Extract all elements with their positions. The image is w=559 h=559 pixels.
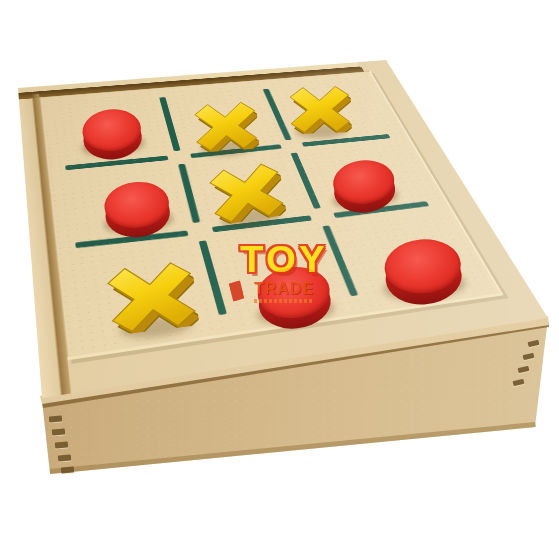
x-piece-glyph: [288, 85, 352, 135]
piece-o-r2c2[interactable]: [377, 229, 468, 310]
piece-o-r2c1[interactable]: [250, 257, 337, 335]
piece-x-r2c0[interactable]: [104, 258, 201, 345]
piece-o-r0c0[interactable]: [77, 101, 148, 164]
x-piece-glyph: [104, 258, 200, 336]
piece-o-r1c2[interactable]: [327, 152, 401, 218]
piece-x-r0c1[interactable]: [192, 100, 260, 160]
piece-o-r1c0[interactable]: [98, 173, 176, 243]
product-photo-scene: TOY TRADE: [0, 0, 559, 559]
pieces-layer: [0, 0, 559, 559]
piece-x-r1c1[interactable]: [206, 160, 288, 234]
x-piece-glyph: [192, 100, 259, 153]
x-piece-glyph: [206, 160, 287, 226]
piece-x-r0c2[interactable]: [288, 85, 352, 141]
